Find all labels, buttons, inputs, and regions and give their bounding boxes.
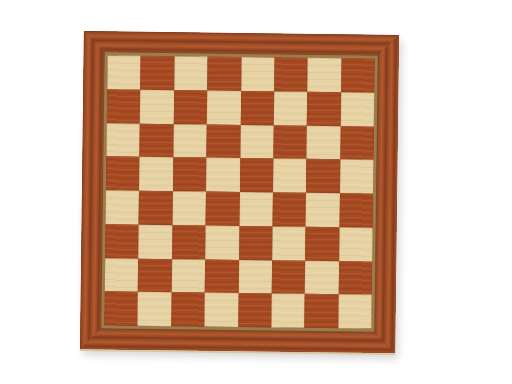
photo-background: [0, 0, 512, 384]
square-f6[interactable]: [273, 125, 307, 159]
square-d5[interactable]: [206, 158, 240, 192]
square-a8[interactable]: [107, 55, 141, 89]
square-a2[interactable]: [105, 258, 139, 292]
square-b7[interactable]: [140, 90, 174, 124]
square-h1[interactable]: [338, 294, 372, 328]
square-b5[interactable]: [139, 157, 173, 191]
square-c7[interactable]: [174, 90, 208, 124]
square-h4[interactable]: [339, 193, 373, 227]
square-e4[interactable]: [239, 192, 273, 226]
square-a1[interactable]: [104, 292, 138, 326]
square-b2[interactable]: [138, 258, 172, 292]
square-e3[interactable]: [239, 226, 273, 260]
square-d4[interactable]: [206, 192, 240, 226]
square-d1[interactable]: [204, 293, 238, 327]
square-e7[interactable]: [240, 91, 274, 125]
square-c8[interactable]: [174, 56, 208, 90]
square-d2[interactable]: [205, 259, 239, 293]
square-g5[interactable]: [306, 159, 340, 193]
square-g1[interactable]: [305, 294, 339, 328]
square-a4[interactable]: [106, 190, 140, 224]
square-c2[interactable]: [172, 259, 206, 293]
square-g8[interactable]: [307, 58, 341, 92]
square-f8[interactable]: [274, 57, 308, 91]
square-f3[interactable]: [272, 226, 306, 260]
square-d3[interactable]: [205, 225, 239, 259]
square-g2[interactable]: [305, 260, 339, 294]
square-f1[interactable]: [271, 294, 305, 328]
square-c6[interactable]: [173, 124, 207, 158]
board-frame-right: [374, 35, 399, 353]
square-h7[interactable]: [340, 92, 374, 126]
square-h5[interactable]: [340, 159, 374, 193]
square-h3[interactable]: [339, 227, 373, 261]
square-b1[interactable]: [138, 292, 172, 326]
chessboard: [80, 31, 399, 353]
square-b3[interactable]: [139, 225, 173, 259]
square-a3[interactable]: [105, 224, 139, 258]
square-g3[interactable]: [305, 227, 339, 261]
square-e6[interactable]: [240, 125, 274, 159]
square-h6[interactable]: [340, 126, 374, 160]
square-g6[interactable]: [307, 125, 341, 159]
square-g4[interactable]: [306, 193, 340, 227]
square-f2[interactable]: [272, 260, 306, 294]
square-f7[interactable]: [274, 91, 308, 125]
square-a6[interactable]: [106, 123, 140, 157]
square-c4[interactable]: [172, 191, 206, 225]
square-e5[interactable]: [240, 158, 274, 192]
square-f5[interactable]: [273, 159, 307, 193]
square-c3[interactable]: [172, 225, 206, 259]
square-e2[interactable]: [238, 259, 272, 293]
square-c5[interactable]: [173, 157, 207, 191]
squares-grid: [104, 55, 374, 328]
square-a7[interactable]: [107, 89, 141, 123]
square-b4[interactable]: [139, 191, 173, 225]
square-b8[interactable]: [141, 56, 175, 90]
square-d6[interactable]: [207, 124, 241, 158]
square-e1[interactable]: [238, 293, 272, 327]
square-b6[interactable]: [140, 123, 174, 157]
square-h2[interactable]: [338, 261, 372, 295]
square-e8[interactable]: [241, 57, 275, 91]
board-frame-bottom: [80, 328, 395, 353]
square-f4[interactable]: [272, 192, 306, 226]
inlay-border: [101, 52, 377, 331]
square-d8[interactable]: [207, 57, 241, 91]
square-d7[interactable]: [207, 90, 241, 124]
square-g7[interactable]: [307, 92, 341, 126]
square-c1[interactable]: [171, 292, 205, 326]
square-a5[interactable]: [106, 157, 140, 191]
square-h8[interactable]: [341, 58, 375, 92]
